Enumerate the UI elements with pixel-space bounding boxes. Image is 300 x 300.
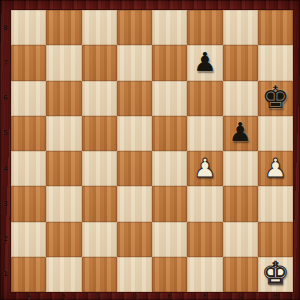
square-c4[interactable] bbox=[82, 151, 117, 186]
file-label-d: D bbox=[117, 292, 152, 300]
rank-labels: 87654321 bbox=[0, 10, 11, 292]
square-h6[interactable]: ♚ bbox=[258, 81, 293, 116]
rank-label-6: 6 bbox=[0, 81, 11, 116]
square-e8[interactable] bbox=[152, 10, 187, 45]
square-g2[interactable] bbox=[223, 222, 258, 257]
square-h7[interactable] bbox=[258, 45, 293, 80]
square-c1[interactable] bbox=[82, 257, 117, 292]
black-pawn-g5[interactable]: ♟ bbox=[228, 119, 251, 145]
square-a3[interactable] bbox=[11, 186, 46, 221]
square-c7[interactable] bbox=[82, 45, 117, 80]
white-pawn-h4[interactable]: ♟ bbox=[264, 155, 287, 181]
square-f7[interactable]: ♟ bbox=[187, 45, 222, 80]
square-a5[interactable] bbox=[11, 116, 46, 151]
square-d2[interactable] bbox=[117, 222, 152, 257]
square-f8[interactable] bbox=[187, 10, 222, 45]
rank-label-1: 1 bbox=[0, 257, 11, 292]
square-c6[interactable] bbox=[82, 81, 117, 116]
square-c3[interactable] bbox=[82, 186, 117, 221]
square-b4[interactable] bbox=[46, 151, 81, 186]
square-a1[interactable] bbox=[11, 257, 46, 292]
square-g4[interactable] bbox=[223, 151, 258, 186]
square-f5[interactable] bbox=[187, 116, 222, 151]
square-e2[interactable] bbox=[152, 222, 187, 257]
rank-label-7: 7 bbox=[0, 45, 11, 80]
black-king-h6[interactable]: ♚ bbox=[261, 82, 289, 113]
chess-board: 87654321 ♟♚♟♟♟♚ ABCDEFGH bbox=[0, 0, 300, 300]
square-e4[interactable] bbox=[152, 151, 187, 186]
square-e3[interactable] bbox=[152, 186, 187, 221]
square-h1[interactable]: ♚ bbox=[258, 257, 293, 292]
rank-label-4: 4 bbox=[0, 151, 11, 186]
square-d6[interactable] bbox=[117, 81, 152, 116]
file-labels: ABCDEFGH bbox=[11, 292, 293, 300]
square-b5[interactable] bbox=[46, 116, 81, 151]
rank-label-2: 2 bbox=[0, 222, 11, 257]
file-label-g: G bbox=[223, 292, 258, 300]
file-label-a: A bbox=[11, 292, 46, 300]
square-f2[interactable] bbox=[187, 222, 222, 257]
board-grid: ♟♚♟♟♟♚ bbox=[11, 10, 293, 292]
square-a7[interactable] bbox=[11, 45, 46, 80]
white-king-h1[interactable]: ♚ bbox=[261, 258, 289, 289]
square-c5[interactable] bbox=[82, 116, 117, 151]
square-e5[interactable] bbox=[152, 116, 187, 151]
square-b8[interactable] bbox=[46, 10, 81, 45]
square-d1[interactable] bbox=[117, 257, 152, 292]
square-a8[interactable] bbox=[11, 10, 46, 45]
square-g6[interactable] bbox=[223, 81, 258, 116]
square-e6[interactable] bbox=[152, 81, 187, 116]
rank-label-3: 3 bbox=[0, 186, 11, 221]
square-d8[interactable] bbox=[117, 10, 152, 45]
file-label-e: E bbox=[152, 292, 187, 300]
square-b7[interactable] bbox=[46, 45, 81, 80]
square-a2[interactable] bbox=[11, 222, 46, 257]
square-c2[interactable] bbox=[82, 222, 117, 257]
square-g7[interactable] bbox=[223, 45, 258, 80]
square-g1[interactable] bbox=[223, 257, 258, 292]
square-h8[interactable] bbox=[258, 10, 293, 45]
square-d4[interactable] bbox=[117, 151, 152, 186]
black-pawn-f7[interactable]: ♟ bbox=[193, 49, 216, 75]
square-h5[interactable] bbox=[258, 116, 293, 151]
square-g8[interactable] bbox=[223, 10, 258, 45]
square-a4[interactable] bbox=[11, 151, 46, 186]
square-d7[interactable] bbox=[117, 45, 152, 80]
square-b3[interactable] bbox=[46, 186, 81, 221]
square-g3[interactable] bbox=[223, 186, 258, 221]
file-label-b: B bbox=[46, 292, 81, 300]
square-h2[interactable] bbox=[258, 222, 293, 257]
square-f1[interactable] bbox=[187, 257, 222, 292]
square-b2[interactable] bbox=[46, 222, 81, 257]
square-h3[interactable] bbox=[258, 186, 293, 221]
square-e7[interactable] bbox=[152, 45, 187, 80]
file-label-f: F bbox=[187, 292, 222, 300]
square-d5[interactable] bbox=[117, 116, 152, 151]
square-f3[interactable] bbox=[187, 186, 222, 221]
square-b1[interactable] bbox=[46, 257, 81, 292]
file-label-h: H bbox=[258, 292, 293, 300]
square-g5[interactable]: ♟ bbox=[223, 116, 258, 151]
square-b6[interactable] bbox=[46, 81, 81, 116]
square-c8[interactable] bbox=[82, 10, 117, 45]
file-label-c: C bbox=[82, 292, 117, 300]
square-f4[interactable]: ♟ bbox=[187, 151, 222, 186]
square-h4[interactable]: ♟ bbox=[258, 151, 293, 186]
square-f6[interactable] bbox=[187, 81, 222, 116]
square-a6[interactable] bbox=[11, 81, 46, 116]
square-e1[interactable] bbox=[152, 257, 187, 292]
rank-label-5: 5 bbox=[0, 116, 11, 151]
square-d3[interactable] bbox=[117, 186, 152, 221]
white-pawn-f4[interactable]: ♟ bbox=[193, 155, 216, 181]
rank-label-8: 8 bbox=[0, 10, 11, 45]
